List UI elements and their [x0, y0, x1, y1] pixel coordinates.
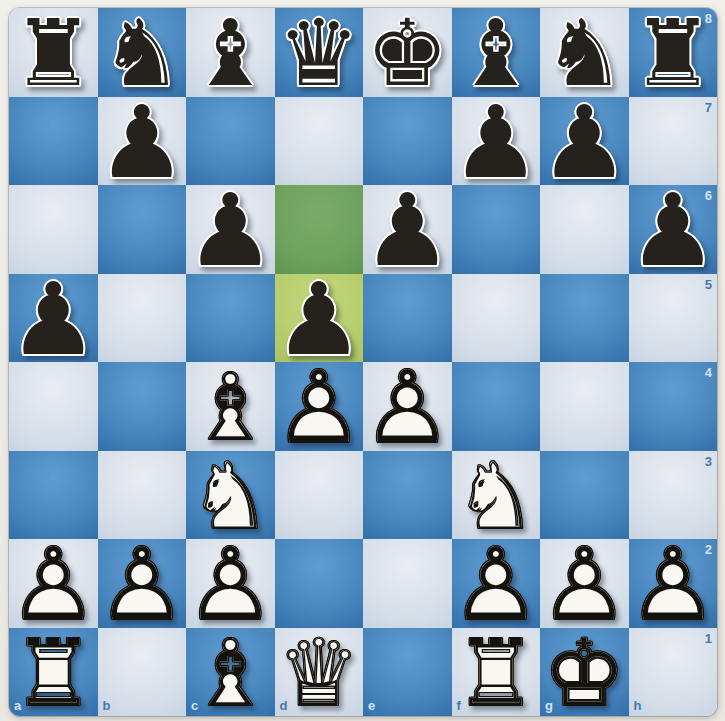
black-pawn-glyph: ♟ [452, 99, 541, 188]
black-bishop[interactable]: ♝ [186, 8, 275, 97]
black-rook[interactable]: ♜ [9, 8, 98, 97]
square-g1[interactable]: ♚♔g [540, 628, 629, 717]
black-pawn[interactable]: ♟ [186, 185, 275, 274]
white-rook-outline: ♖ [9, 630, 98, 717]
square-d7[interactable] [275, 97, 364, 186]
rank-label-2: 2 [705, 542, 712, 557]
white-pawn-outline: ♙ [275, 364, 364, 453]
black-pawn[interactable]: ♟ [452, 97, 541, 186]
square-a1[interactable]: ♜♖a [9, 628, 98, 717]
file-label-h: h [634, 698, 642, 713]
rank-label-8: 8 [705, 11, 712, 26]
rank-label-7: 7 [705, 100, 712, 115]
square-c2[interactable]: ♟♙ [186, 539, 275, 628]
square-g2[interactable]: ♟♙ [540, 539, 629, 628]
white-queen[interactable]: ♛♕ [275, 628, 364, 717]
square-c8[interactable]: ♝ [186, 8, 275, 97]
square-h5[interactable]: 5 [629, 274, 718, 363]
white-pawn-outline: ♙ [452, 541, 541, 630]
white-rook[interactable]: ♜♖ [452, 628, 541, 717]
black-king[interactable]: ♚ [363, 8, 452, 97]
file-label-f: f [457, 698, 461, 713]
square-h6[interactable]: ♟6 [629, 185, 718, 274]
black-pawn[interactable]: ♟ [9, 274, 98, 363]
white-pawn[interactable]: ♟♙ [98, 539, 187, 628]
file-label-d: d [280, 698, 288, 713]
rank-label-4: 4 [705, 365, 712, 380]
rank-label-3: 3 [705, 454, 712, 469]
white-rook[interactable]: ♜♖ [9, 628, 98, 717]
square-h2[interactable]: ♟♙2 [629, 539, 718, 628]
white-bishop[interactable]: ♝♗ [186, 362, 275, 451]
square-e2[interactable] [363, 539, 452, 628]
white-king-outline: ♔ [540, 630, 629, 717]
square-f7[interactable]: ♟ [452, 97, 541, 186]
white-pawn[interactable]: ♟♙ [363, 362, 452, 451]
square-h1[interactable]: 1h [629, 628, 718, 717]
rank-label-5: 5 [705, 277, 712, 292]
square-g4[interactable] [540, 362, 629, 451]
black-pawn-glyph: ♟ [629, 187, 718, 276]
square-e8[interactable]: ♚ [363, 8, 452, 97]
square-b1[interactable]: b [98, 628, 187, 717]
square-a7[interactable] [9, 97, 98, 186]
square-g5[interactable] [540, 274, 629, 363]
black-pawn[interactable]: ♟ [629, 185, 718, 274]
file-label-e: e [368, 698, 375, 713]
square-b5[interactable] [98, 274, 187, 363]
square-a2[interactable]: ♟♙ [9, 539, 98, 628]
square-e3[interactable] [363, 451, 452, 540]
black-pawn-glyph: ♟ [363, 187, 452, 276]
file-label-a: a [14, 698, 21, 713]
square-d3[interactable] [275, 451, 364, 540]
white-queen-outline: ♕ [275, 630, 364, 717]
square-d1[interactable]: ♛♕d [275, 628, 364, 717]
square-h8[interactable]: ♜8 [629, 8, 718, 97]
white-pawn[interactable]: ♟♙ [540, 539, 629, 628]
square-f4[interactable] [452, 362, 541, 451]
square-b6[interactable] [98, 185, 187, 274]
black-queen-glyph: ♛ [275, 10, 364, 99]
black-rook-glyph: ♜ [9, 10, 98, 99]
black-pawn[interactable]: ♟ [363, 185, 452, 274]
white-bishop-outline: ♗ [186, 364, 275, 453]
square-b7[interactable]: ♟ [98, 97, 187, 186]
white-bishop[interactable]: ♝♗ [186, 628, 275, 717]
white-pawn-outline: ♙ [363, 364, 452, 453]
white-pawn[interactable]: ♟♙ [452, 539, 541, 628]
square-c4[interactable]: ♝♗ [186, 362, 275, 451]
chess-board: ♜♞♝♛♚♝♞♜8♟♟♟7♟♟♟6♟♟5♝♗♟♙♟♙4♞♘♞♘3♟♙♟♙♟♙♟♙… [9, 8, 717, 716]
square-a5[interactable]: ♟ [9, 274, 98, 363]
square-f1[interactable]: ♜♖f [452, 628, 541, 717]
square-d8[interactable]: ♛ [275, 8, 364, 97]
white-rook-outline: ♖ [452, 630, 541, 717]
rank-label-6: 6 [705, 188, 712, 203]
square-c1[interactable]: ♝♗c [186, 628, 275, 717]
square-f5[interactable] [452, 274, 541, 363]
square-c6[interactable]: ♟ [186, 185, 275, 274]
black-rook[interactable]: ♜ [629, 8, 718, 97]
black-pawn-glyph: ♟ [98, 99, 187, 188]
white-pawn[interactable]: ♟♙ [9, 539, 98, 628]
white-pawn-outline: ♙ [629, 541, 718, 630]
square-a8[interactable]: ♜ [9, 8, 98, 97]
square-b4[interactable] [98, 362, 187, 451]
black-pawn-glyph: ♟ [540, 99, 629, 188]
rank-label-1: 1 [705, 631, 712, 646]
white-king[interactable]: ♚♔ [540, 628, 629, 717]
square-h4[interactable]: 4 [629, 362, 718, 451]
black-pawn-glyph: ♟ [186, 187, 275, 276]
square-e1[interactable]: e [363, 628, 452, 717]
square-f6[interactable] [452, 185, 541, 274]
white-pawn-outline: ♙ [186, 541, 275, 630]
white-pawn-outline: ♙ [9, 541, 98, 630]
white-pawn-outline: ♙ [98, 541, 187, 630]
file-label-b: b [103, 698, 111, 713]
white-pawn[interactable]: ♟♙ [629, 539, 718, 628]
white-bishop-outline: ♗ [186, 630, 275, 717]
white-pawn-outline: ♙ [540, 541, 629, 630]
square-e6[interactable]: ♟ [363, 185, 452, 274]
square-g7[interactable]: ♟ [540, 97, 629, 186]
black-queen[interactable]: ♛ [275, 8, 364, 97]
white-pawn[interactable]: ♟♙ [275, 362, 364, 451]
square-d4[interactable]: ♟♙ [275, 362, 364, 451]
square-d2[interactable] [275, 539, 364, 628]
black-pawn-glyph: ♟ [9, 276, 98, 365]
black-bishop-glyph: ♝ [186, 10, 275, 99]
black-rook-glyph: ♜ [629, 10, 718, 99]
black-king-glyph: ♚ [363, 10, 452, 99]
square-b2[interactable]: ♟♙ [98, 539, 187, 628]
black-pawn[interactable]: ♟ [540, 97, 629, 186]
square-a4[interactable] [9, 362, 98, 451]
square-e4[interactable]: ♟♙ [363, 362, 452, 451]
white-pawn[interactable]: ♟♙ [186, 539, 275, 628]
file-label-g: g [545, 698, 553, 713]
black-pawn[interactable]: ♟ [98, 97, 187, 186]
square-g6[interactable] [540, 185, 629, 274]
file-label-c: c [191, 698, 198, 713]
square-c5[interactable] [186, 274, 275, 363]
square-f2[interactable]: ♟♙ [452, 539, 541, 628]
